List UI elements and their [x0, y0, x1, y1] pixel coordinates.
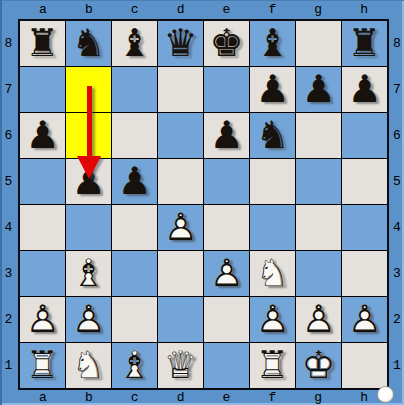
square-h7[interactable]: ♟ — [342, 67, 387, 112]
rank-label-8: 8 — [390, 21, 404, 67]
rank-label-6: 6 — [390, 113, 404, 159]
file-label-c: c — [112, 1, 158, 18]
square-e2[interactable] — [204, 297, 249, 342]
square-g3[interactable] — [296, 251, 341, 296]
white-pawn: ♟♙ — [342, 297, 387, 342]
square-b5[interactable]: ♟ — [66, 159, 111, 204]
chess-board-panel: abcdefgh abcdefgh 87654321 87654321 ♜♞♝♛… — [0, 0, 404, 405]
file-label-d: d — [158, 1, 204, 18]
square-b2[interactable]: ♟♙ — [66, 297, 111, 342]
square-d3[interactable] — [158, 251, 203, 296]
white-pawn: ♟♙ — [20, 297, 65, 342]
rank-label-2: 2 — [0, 296, 17, 342]
black-knight: ♞ — [66, 21, 111, 66]
square-f5[interactable] — [250, 159, 295, 204]
file-label-e: e — [204, 389, 250, 405]
file-label-g: g — [295, 1, 341, 18]
file-label-f: f — [249, 389, 295, 405]
rank-label-1: 1 — [0, 342, 17, 388]
file-label-g: g — [295, 389, 341, 405]
square-b7[interactable] — [66, 67, 111, 112]
file-label-h: h — [341, 1, 387, 18]
file-label-a: a — [20, 1, 66, 18]
square-a1[interactable]: ♜♖ — [20, 343, 65, 388]
white-queen: ♛♕ — [158, 343, 203, 388]
file-label-b: b — [66, 1, 112, 18]
white-pawn: ♟♙ — [204, 251, 249, 296]
rank-label-8: 8 — [0, 21, 17, 67]
square-d7[interactable] — [158, 67, 203, 112]
square-h8[interactable]: ♜ — [342, 21, 387, 66]
white-to-move-indicator-icon — [377, 386, 394, 403]
black-king: ♚ — [204, 21, 249, 66]
black-rook: ♜ — [342, 21, 387, 66]
square-h5[interactable] — [342, 159, 387, 204]
black-pawn: ♟ — [204, 113, 249, 158]
black-bishop: ♝ — [112, 21, 157, 66]
black-queen: ♛ — [158, 21, 203, 66]
square-h3[interactable] — [342, 251, 387, 296]
square-g7[interactable]: ♟ — [296, 67, 341, 112]
file-labels-top: abcdefgh — [20, 1, 387, 18]
square-c7[interactable] — [112, 67, 157, 112]
black-pawn: ♟ — [112, 159, 157, 204]
square-g2[interactable]: ♟♙ — [296, 297, 341, 342]
square-e7[interactable] — [204, 67, 249, 112]
file-label-c: c — [112, 389, 158, 405]
white-rook: ♜♖ — [20, 343, 65, 388]
square-c6[interactable] — [112, 113, 157, 158]
square-f3[interactable]: ♞♘ — [250, 251, 295, 296]
square-b4[interactable] — [66, 205, 111, 250]
rank-label-7: 7 — [390, 67, 404, 113]
square-c4[interactable] — [112, 205, 157, 250]
black-knight: ♞ — [250, 113, 295, 158]
file-label-d: d — [158, 389, 204, 405]
white-king: ♚♔ — [296, 343, 341, 388]
square-g6[interactable] — [296, 113, 341, 158]
rank-labels-right: 87654321 — [390, 21, 404, 388]
square-b3[interactable]: ♝♗ — [66, 251, 111, 296]
black-pawn: ♟ — [66, 159, 111, 204]
square-c3[interactable] — [112, 251, 157, 296]
black-pawn: ♟ — [250, 67, 295, 112]
white-bishop: ♝♗ — [112, 343, 157, 388]
square-d8[interactable]: ♛ — [158, 21, 203, 66]
white-knight: ♞♘ — [250, 251, 295, 296]
rank-label-6: 6 — [0, 113, 17, 159]
rank-label-1: 1 — [390, 342, 404, 388]
white-knight: ♞♘ — [66, 343, 111, 388]
rank-label-5: 5 — [390, 159, 404, 205]
white-pawn: ♟♙ — [250, 297, 295, 342]
rank-label-2: 2 — [390, 296, 404, 342]
black-bishop: ♝ — [250, 21, 295, 66]
square-e5[interactable] — [204, 159, 249, 204]
square-f8[interactable]: ♝ — [250, 21, 295, 66]
white-pawn: ♟♙ — [158, 205, 203, 250]
rank-label-3: 3 — [0, 250, 17, 296]
square-c8[interactable]: ♝ — [112, 21, 157, 66]
black-pawn: ♟ — [296, 67, 341, 112]
square-f4[interactable] — [250, 205, 295, 250]
square-e6[interactable]: ♟ — [204, 113, 249, 158]
file-label-f: f — [249, 1, 295, 18]
square-e4[interactable] — [204, 205, 249, 250]
square-b6[interactable] — [66, 113, 111, 158]
file-label-a: a — [20, 389, 66, 405]
square-e3[interactable]: ♟♙ — [204, 251, 249, 296]
square-d6[interactable] — [158, 113, 203, 158]
square-a6[interactable]: ♟ — [20, 113, 65, 158]
white-pawn: ♟♙ — [66, 297, 111, 342]
square-a3[interactable] — [20, 251, 65, 296]
square-d4[interactable]: ♟♙ — [158, 205, 203, 250]
square-f6[interactable]: ♞ — [250, 113, 295, 158]
square-f2[interactable]: ♟♙ — [250, 297, 295, 342]
square-d5[interactable] — [158, 159, 203, 204]
chess-board[interactable]: ♜♞♝♛♚♝♜♟♟♟♟♟♞♟♟♟♙♝♗♟♙♞♘♟♙♟♙♟♙♟♙♟♙♜♖♞♘♝♗♛… — [18, 19, 389, 390]
square-c5[interactable]: ♟ — [112, 159, 157, 204]
square-b1[interactable]: ♞♘ — [66, 343, 111, 388]
rank-label-7: 7 — [0, 67, 17, 113]
square-a4[interactable] — [20, 205, 65, 250]
square-e1[interactable] — [204, 343, 249, 388]
square-c1[interactable]: ♝♗ — [112, 343, 157, 388]
file-label-e: e — [204, 1, 250, 18]
square-a7[interactable] — [20, 67, 65, 112]
file-labels-bottom: abcdefgh — [20, 389, 387, 405]
square-g8[interactable] — [296, 21, 341, 66]
black-rook: ♜ — [20, 21, 65, 66]
white-pawn: ♟♙ — [296, 297, 341, 342]
rank-labels-left: 87654321 — [0, 21, 17, 388]
black-pawn: ♟ — [20, 113, 65, 158]
square-f1[interactable]: ♜♖ — [250, 343, 295, 388]
white-bishop: ♝♗ — [66, 251, 111, 296]
square-e8[interactable]: ♚ — [204, 21, 249, 66]
file-label-b: b — [66, 389, 112, 405]
square-c2[interactable] — [112, 297, 157, 342]
rank-label-4: 4 — [0, 205, 17, 251]
square-d1[interactable]: ♛♕ — [158, 343, 203, 388]
square-f7[interactable]: ♟ — [250, 67, 295, 112]
rank-label-5: 5 — [0, 159, 17, 205]
square-a5[interactable] — [20, 159, 65, 204]
square-g5[interactable] — [296, 159, 341, 204]
square-h6[interactable] — [342, 113, 387, 158]
black-pawn: ♟ — [342, 67, 387, 112]
square-a2[interactable]: ♟♙ — [20, 297, 65, 342]
square-a8[interactable]: ♜ — [20, 21, 65, 66]
square-h4[interactable] — [342, 205, 387, 250]
rank-label-3: 3 — [390, 250, 404, 296]
white-rook: ♜♖ — [250, 343, 295, 388]
square-h1[interactable] — [342, 343, 387, 388]
square-d2[interactable] — [158, 297, 203, 342]
square-g4[interactable] — [296, 205, 341, 250]
square-b8[interactable]: ♞ — [66, 21, 111, 66]
square-g1[interactable]: ♚♔ — [296, 343, 341, 388]
square-h2[interactable]: ♟♙ — [342, 297, 387, 342]
rank-label-4: 4 — [390, 205, 404, 251]
